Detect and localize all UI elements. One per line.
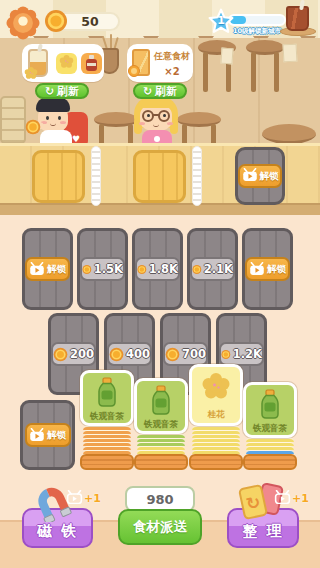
basket — [0, 96, 26, 144]
order-card-2: 任意食材 ×2 — [127, 44, 193, 82]
pile-name: 桂花 — [208, 409, 225, 421]
tea-bottle-icon — [149, 385, 173, 419]
unlock-button[interactable]: 解锁 — [25, 257, 70, 281]
girl-bangs — [138, 100, 174, 108]
pile-top-card: 铁观音茶 — [80, 370, 134, 426]
refresh-button-2[interactable]: ↻ 刷新 — [133, 83, 187, 99]
pile-top-card: 桂花 — [189, 364, 243, 426]
unlock-label: 解锁 — [267, 263, 286, 276]
unlock-label: 解锁 — [47, 429, 66, 442]
price-value: 400 — [126, 347, 150, 361]
ingredient-pile[interactable]: 铁观音茶 — [243, 382, 297, 470]
locked-card-slot[interactable]: 解锁 — [20, 400, 75, 470]
bonus-label: +1 — [84, 492, 101, 505]
dress-flower — [154, 136, 160, 142]
unlock-button[interactable]: 解锁 — [25, 423, 71, 447]
pile-base-tray — [134, 454, 188, 470]
ingredient-pile[interactable]: 桂花 — [189, 364, 243, 470]
refresh-icon: ↻ — [45, 86, 54, 97]
unlock-button[interactable]: 解锁 — [245, 257, 290, 281]
coin-price-badge: 400 — [107, 342, 152, 366]
refresh-label: 刷新 — [57, 84, 79, 99]
price-value: 1.2K — [233, 347, 262, 361]
progress-ladder-1 — [91, 146, 101, 206]
stool — [94, 112, 138, 146]
deliver-count: 980 — [146, 492, 173, 507]
tv-ad-icon — [274, 489, 291, 508]
ingredient-pile[interactable]: 铁观音茶 — [134, 378, 188, 470]
game-screen: ♥ — [0, 0, 320, 568]
refresh-label: 刷新 — [155, 84, 177, 99]
orange-drink-icon — [131, 47, 151, 79]
coin-amount: 50 — [67, 14, 98, 29]
price-value: 1.8K — [149, 262, 178, 276]
price-value: 2.1K — [204, 262, 233, 276]
coin-price-badge: 200 — [51, 342, 96, 366]
prep-tray-2[interactable] — [133, 150, 186, 203]
price-value: 700 — [182, 347, 206, 361]
locked-card-slot[interactable]: 解锁 — [242, 228, 293, 310]
coin-price-badge: 1.2K — [219, 342, 264, 366]
tea-bottle-icon — [95, 377, 119, 411]
bonus-label: +1 — [292, 492, 309, 505]
deliver-label: 食材派送 — [133, 518, 187, 536]
coin-price-badge: 1.8K — [135, 257, 180, 281]
wall-note — [220, 48, 233, 65]
purchasable-card-slot[interactable]: 2.1K — [187, 228, 238, 310]
refresh-button-1[interactable]: ↻ 刷新 — [35, 83, 89, 99]
stool — [246, 40, 284, 90]
coin-icon — [25, 119, 41, 139]
coin-price-badge: 2.1K — [190, 257, 235, 281]
prep-tray-1[interactable] — [32, 150, 85, 203]
ad-bonus-badge: +1 — [66, 489, 101, 508]
counter-locked-slot[interactable]: 解锁 — [235, 147, 285, 205]
unlock-button[interactable]: 解锁 — [238, 164, 282, 188]
deliver-button[interactable]: 食材派送 — [118, 509, 202, 545]
osmanthus-flower-icon — [56, 53, 77, 74]
purchasable-card-slot[interactable]: 1.8K — [132, 228, 183, 310]
locked-card-slot[interactable]: 解锁 — [22, 228, 73, 310]
refresh-icon: ↻ — [143, 86, 152, 97]
tv-ad-icon — [242, 168, 258, 184]
pile-name: 铁观音茶 — [90, 411, 124, 423]
price-value: 200 — [70, 347, 94, 361]
pile-base-tray — [189, 454, 243, 470]
pile-top-card: 铁观音茶 — [243, 382, 297, 438]
ingredient-pile[interactable]: 铁观音茶 — [80, 370, 134, 470]
pile-top-card: 铁观音茶 — [134, 378, 188, 434]
boy-hair — [36, 97, 70, 112]
order-qty: ×2 — [164, 66, 179, 77]
coin-icon — [44, 9, 68, 37]
order-title: 任意食材 — [154, 50, 190, 63]
pile-name: 铁观音茶 — [144, 419, 178, 431]
coin-price-badge: 1.5K — [80, 257, 125, 281]
coin-price-badge: 700 — [163, 342, 208, 366]
pile-base-tray — [80, 454, 134, 470]
unlock-label: 解锁 — [47, 263, 66, 276]
stool — [177, 112, 221, 146]
pile-name: 铁观音茶 — [253, 423, 287, 435]
tv-ad-icon — [66, 489, 83, 508]
tea-bottle-icon — [258, 389, 282, 423]
glasses-bridge — [153, 114, 159, 116]
bubble-tea-icon — [26, 47, 50, 79]
wall-note — [283, 44, 298, 63]
pile-base-tray — [243, 454, 297, 470]
osmanthus-flower-icon — [201, 371, 231, 405]
unlock-label: 解锁 — [260, 170, 279, 183]
ad-bonus-badge: +1 — [274, 489, 309, 508]
order-card-1 — [22, 44, 104, 82]
level-progress-bar — [228, 14, 286, 26]
purchasable-card-slot[interactable]: 1.5K — [77, 228, 128, 310]
progress-ladder-2 — [192, 146, 202, 206]
price-value: 1.5K — [94, 262, 123, 276]
settings-button[interactable] — [6, 6, 40, 44]
tea-bottle-icon — [81, 53, 102, 74]
level-number: 1 — [208, 14, 234, 27]
